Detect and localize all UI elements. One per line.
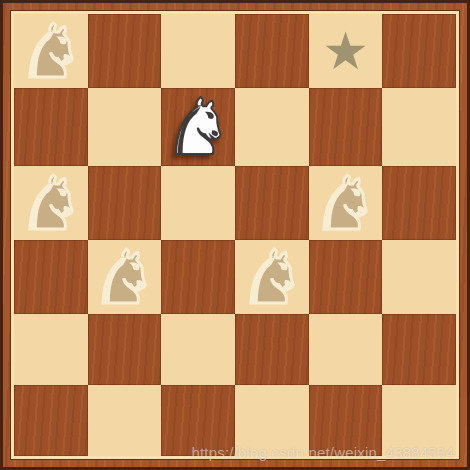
- square-a3[interactable]: [14, 240, 88, 314]
- knight-silhouette-marker-icon: ♞: [91, 240, 157, 314]
- square-d3[interactable]: ♞: [235, 240, 309, 314]
- square-a5[interactable]: [14, 88, 88, 166]
- knight-silhouette-marker-icon: ♞: [239, 240, 305, 314]
- square-e1[interactable]: [309, 385, 383, 456]
- square-a1[interactable]: [14, 385, 88, 456]
- square-e3[interactable]: [309, 240, 383, 314]
- square-d4[interactable]: [235, 166, 309, 240]
- square-d5[interactable]: [235, 88, 309, 166]
- square-b6[interactable]: [88, 14, 162, 88]
- square-b2[interactable]: [88, 314, 162, 385]
- knight-silhouette-marker-icon: ♞: [18, 166, 84, 240]
- square-f6[interactable]: [382, 14, 456, 88]
- square-e5[interactable]: [309, 88, 383, 166]
- board-frame: ♞★♞♞♞♞♞ https://blog.csdn.net/weixin_438…: [0, 0, 470, 470]
- square-e2[interactable]: [309, 314, 383, 385]
- square-f3[interactable]: [382, 240, 456, 314]
- square-c6[interactable]: [161, 14, 235, 88]
- star-icon: ★: [322, 25, 369, 77]
- square-c4[interactable]: [161, 166, 235, 240]
- square-c5[interactable]: ♞: [161, 88, 235, 166]
- square-f5[interactable]: [382, 88, 456, 166]
- square-a4[interactable]: ♞: [14, 166, 88, 240]
- square-f4[interactable]: [382, 166, 456, 240]
- square-a6[interactable]: ♞: [14, 14, 88, 88]
- knight-silhouette-marker-icon: ♞: [312, 166, 378, 240]
- square-b3[interactable]: ♞: [88, 240, 162, 314]
- square-d2[interactable]: [235, 314, 309, 385]
- square-c1[interactable]: [161, 385, 235, 456]
- white-knight[interactable]: ♞: [163, 88, 233, 166]
- square-e6[interactable]: ★: [309, 14, 383, 88]
- square-b4[interactable]: [88, 166, 162, 240]
- knight-silhouette-marker-icon: ♞: [18, 14, 84, 88]
- square-f1[interactable]: [382, 385, 456, 456]
- square-c3[interactable]: [161, 240, 235, 314]
- square-e4[interactable]: ♞: [309, 166, 383, 240]
- square-a2[interactable]: [14, 314, 88, 385]
- chess-board: ♞★♞♞♞♞♞: [14, 14, 456, 456]
- square-b1[interactable]: [88, 385, 162, 456]
- square-c2[interactable]: [161, 314, 235, 385]
- square-b5[interactable]: [88, 88, 162, 166]
- square-d1[interactable]: [235, 385, 309, 456]
- board-inner-trim: ♞★♞♞♞♞♞: [10, 10, 460, 460]
- square-f2[interactable]: [382, 314, 456, 385]
- square-d6[interactable]: [235, 14, 309, 88]
